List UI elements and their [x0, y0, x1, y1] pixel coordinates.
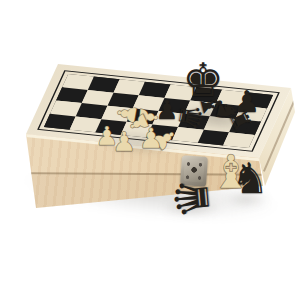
- piece-black-queen-lying: ♛: [173, 101, 207, 133]
- piece-black-queen-lying: ♛: [167, 175, 216, 220]
- piece-white-pawn-standing: ♟: [138, 125, 163, 153]
- pieces-layer: ♚♟♝♟♞♟♛♟♜♟♟♟♟♟♝♞♛: [0, 0, 300, 300]
- piece-white-pawn-standing: ♟: [112, 128, 136, 155]
- product-photo-chess-box: ♚♟♝♟♞♟♛♟♜♟♟♟♟♟♝♞♛: [0, 0, 300, 300]
- piece-black-knight-standing: ♞: [231, 158, 269, 200]
